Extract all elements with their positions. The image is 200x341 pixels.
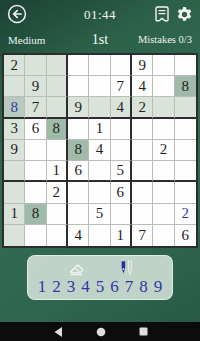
cell-r8c9[interactable]: 2 (175, 204, 196, 225)
nav-back-icon (53, 326, 63, 338)
cell-r9c4[interactable]: 4 (68, 225, 89, 246)
journal-icon (154, 5, 170, 23)
cell-r5c7[interactable] (132, 140, 153, 161)
cell-r8c1[interactable]: 1 (4, 204, 25, 225)
cell-r3c8[interactable] (153, 97, 174, 118)
cell-r2c6[interactable]: 7 (111, 76, 132, 97)
cell-r7c4[interactable] (68, 182, 89, 203)
notes-button[interactable] (154, 5, 170, 23)
nav-home-icon (96, 327, 106, 337)
cell-r1c4[interactable] (68, 55, 89, 76)
cell-r4c9[interactable] (175, 119, 196, 140)
cell-r6c6[interactable]: 5 (111, 161, 132, 182)
cell-r8c2[interactable]: 8 (25, 204, 46, 225)
numpad-digit-8[interactable]: 8 (137, 278, 151, 295)
android-nav-bar (0, 322, 200, 341)
cell-r9c5[interactable] (89, 225, 110, 246)
cell-r1c7[interactable]: 9 (132, 55, 153, 76)
game-timer: 01:44 (0, 7, 200, 23)
cell-r3c1[interactable]: 8 (4, 97, 25, 118)
cell-r4c1[interactable]: 3 (4, 119, 25, 140)
numpad-digit-5[interactable]: 5 (93, 278, 107, 295)
number-pad-panel: 123456789 (27, 255, 173, 300)
numpad-digit-9[interactable]: 9 (151, 278, 165, 295)
cell-r7c6[interactable]: 6 (111, 182, 132, 203)
cell-r3c7[interactable]: 2 (132, 97, 153, 118)
pen-button[interactable] (117, 260, 134, 276)
cell-r4c3[interactable]: 8 (47, 119, 68, 140)
cell-r1c2[interactable] (25, 55, 46, 76)
gear-icon (176, 6, 193, 23)
cell-r3c2[interactable]: 7 (25, 97, 46, 118)
tool-row (33, 259, 167, 277)
cell-r2c7[interactable]: 4 (132, 76, 153, 97)
numpad-digit-3[interactable]: 3 (64, 278, 78, 295)
nav-back-button[interactable] (53, 326, 63, 338)
cell-r7c9[interactable] (175, 182, 196, 203)
numpad-digit-2[interactable]: 2 (50, 278, 64, 295)
cell-r8c6[interactable] (111, 204, 132, 225)
cell-r4c6[interactable] (111, 119, 132, 140)
cell-r8c3[interactable] (47, 204, 68, 225)
cell-r1c1[interactable]: 2 (4, 55, 25, 76)
cell-r6c1[interactable] (4, 161, 25, 182)
cell-r5c9[interactable] (175, 140, 196, 161)
cell-r6c7[interactable] (132, 161, 153, 182)
cell-r8c5[interactable]: 5 (89, 204, 110, 225)
cell-r5c3[interactable] (47, 140, 68, 161)
cell-r6c3[interactable]: 1 (47, 161, 68, 182)
cell-r2c4[interactable] (68, 76, 89, 97)
cell-r8c4[interactable] (68, 204, 89, 225)
cell-r2c8[interactable] (153, 76, 174, 97)
back-button[interactable] (7, 4, 27, 24)
settings-button[interactable] (176, 6, 193, 23)
cell-r6c2[interactable] (25, 161, 46, 182)
cell-r9c2[interactable] (25, 225, 46, 246)
numpad-digit-7[interactable]: 7 (122, 278, 136, 295)
cell-r5c1[interactable]: 9 (4, 140, 25, 161)
nav-home-button[interactable] (96, 327, 106, 337)
cell-r7c8[interactable] (153, 182, 174, 203)
top-bar: 01:44 (0, 0, 200, 28)
cell-r9c3[interactable] (47, 225, 68, 246)
cell-r6c9[interactable] (175, 161, 196, 182)
nav-recents-icon (139, 327, 148, 336)
numpad-digit-6[interactable]: 6 (108, 278, 122, 295)
cell-r7c7[interactable] (132, 182, 153, 203)
cell-r1c5[interactable] (89, 55, 110, 76)
numpad-digit-4[interactable]: 4 (79, 278, 93, 295)
cell-r6c5[interactable] (89, 161, 110, 182)
numpad-digit-row: 123456789 (33, 278, 167, 295)
cell-r5c8[interactable]: 2 (153, 140, 174, 161)
cell-r8c8[interactable] (153, 204, 174, 225)
cell-r7c1[interactable] (4, 182, 25, 203)
cell-r2c1[interactable] (4, 76, 25, 97)
back-arrow-circle-icon (7, 4, 27, 24)
cell-r6c4[interactable]: 6 (68, 161, 89, 182)
cell-r3c5[interactable] (89, 97, 110, 118)
sudoku-board: 29974887942368198421652618524176 (2, 53, 198, 248)
nav-recents-button[interactable] (139, 327, 148, 336)
cell-r7c2[interactable] (25, 182, 46, 203)
pen-icon (117, 260, 134, 276)
cell-r1c6[interactable] (111, 55, 132, 76)
cell-r8c7[interactable] (132, 204, 153, 225)
cell-r9c8[interactable] (153, 225, 174, 246)
cell-r3c4[interactable]: 9 (68, 97, 89, 118)
cell-r5c2[interactable] (25, 140, 46, 161)
cell-r3c9[interactable] (175, 97, 196, 118)
cell-r1c3[interactable] (47, 55, 68, 76)
cell-r4c5[interactable]: 1 (89, 119, 110, 140)
cell-r6c8[interactable] (153, 161, 174, 182)
cell-r9c1[interactable] (4, 225, 25, 246)
cell-r5c4[interactable]: 8 (68, 140, 89, 161)
cell-r9c6[interactable]: 1 (111, 225, 132, 246)
cell-r4c8[interactable] (153, 119, 174, 140)
cell-r4c7[interactable] (132, 119, 153, 140)
cell-r5c5[interactable]: 4 (89, 140, 110, 161)
cell-r3c3[interactable] (47, 97, 68, 118)
status-row: Medium 1st Mistakes 0/3 (0, 28, 200, 51)
cell-r7c3[interactable]: 2 (47, 182, 68, 203)
sudoku-app-screen: 01:44 Medium 1st Mistakes 0/3 299748 (0, 0, 200, 341)
cell-r1c9[interactable] (175, 55, 196, 76)
numpad-digit-1[interactable]: 1 (35, 278, 49, 295)
cell-r1c8[interactable] (153, 55, 174, 76)
cell-r2c9[interactable]: 8 (175, 76, 196, 97)
cell-r7c5[interactable] (89, 182, 110, 203)
cell-r2c3[interactable] (47, 76, 68, 97)
mistakes-counter: Mistakes 0/3 (138, 34, 192, 45)
cell-r2c2[interactable]: 9 (25, 76, 46, 97)
cell-r9c9[interactable]: 6 (175, 225, 196, 246)
cell-r9c7[interactable]: 7 (132, 225, 153, 246)
cell-r5c6[interactable] (111, 140, 132, 161)
eraser-button[interactable] (66, 261, 87, 276)
cell-r4c4[interactable] (68, 119, 89, 140)
cell-r2c5[interactable] (89, 76, 110, 97)
cell-r4c2[interactable]: 6 (25, 119, 46, 140)
eraser-icon (66, 261, 87, 276)
cell-r3c6[interactable]: 4 (111, 97, 132, 118)
